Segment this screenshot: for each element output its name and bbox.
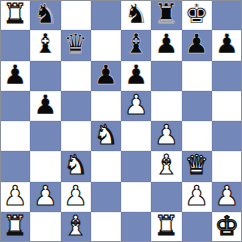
piece-white-bishop[interactable]: ♝	[64, 212, 88, 241]
piece-white-pawn[interactable]: ♟	[3, 182, 27, 211]
piece-black-bishop[interactable]: ♝	[33, 30, 57, 59]
square-d7[interactable]	[91, 30, 121, 60]
piece-black-pawn[interactable]: ♟	[94, 61, 118, 90]
square-e2[interactable]	[121, 182, 151, 212]
square-e8[interactable]: ♞	[121, 0, 151, 30]
square-h3[interactable]	[212, 151, 242, 181]
piece-white-queen[interactable]: ♛	[185, 151, 209, 180]
square-a6[interactable]: ♟	[0, 61, 30, 91]
piece-white-knight[interactable]: ♞	[94, 121, 118, 150]
piece-white-bishop[interactable]: ♝	[154, 151, 178, 180]
square-d6[interactable]: ♟	[91, 61, 121, 91]
square-a4[interactable]	[0, 121, 30, 151]
square-e1[interactable]	[121, 212, 151, 242]
square-a7[interactable]	[0, 30, 30, 60]
square-b2[interactable]: ♟	[30, 182, 60, 212]
square-c8[interactable]	[61, 0, 91, 30]
square-g7[interactable]: ♟	[182, 30, 212, 60]
square-e6[interactable]: ♟	[121, 61, 151, 91]
piece-white-pawn[interactable]: ♟	[64, 182, 88, 211]
piece-white-rook[interactable]: ♜	[3, 212, 27, 241]
square-b5[interactable]: ♟	[30, 91, 60, 121]
piece-black-pawn[interactable]: ♟	[154, 30, 178, 59]
piece-black-pawn[interactable]: ♟	[215, 30, 239, 59]
square-d4[interactable]: ♞	[91, 121, 121, 151]
square-c3[interactable]: ♞	[61, 151, 91, 181]
square-b4[interactable]	[30, 121, 60, 151]
square-e3[interactable]	[121, 151, 151, 181]
square-f3[interactable]: ♝	[151, 151, 181, 181]
piece-black-knight[interactable]: ♞	[124, 0, 148, 29]
square-f6[interactable]	[151, 61, 181, 91]
square-a1[interactable]: ♜	[0, 212, 30, 242]
square-d3[interactable]	[91, 151, 121, 181]
square-a5[interactable]	[0, 91, 30, 121]
square-c2[interactable]: ♟	[61, 182, 91, 212]
square-h1[interactable]: ♚	[212, 212, 242, 242]
square-a8[interactable]: ♜	[0, 0, 30, 30]
square-b6[interactable]	[30, 61, 60, 91]
square-g5[interactable]	[182, 91, 212, 121]
square-d1[interactable]	[91, 212, 121, 242]
chess-board-container: ♜♞♞♜♚♝♛♝♟♟♟♟♟♟♟♟♞♟♞♝♛♟♟♟♟♟♜♝♜♚	[0, 0, 242, 242]
square-d8[interactable]	[91, 0, 121, 30]
chess-board: ♜♞♞♜♚♝♛♝♟♟♟♟♟♟♟♟♞♟♞♝♛♟♟♟♟♟♜♝♜♚	[0, 0, 242, 242]
square-c5[interactable]	[61, 91, 91, 121]
piece-white-pawn[interactable]: ♟	[215, 182, 239, 211]
square-g8[interactable]: ♚	[182, 0, 212, 30]
piece-black-pawn[interactable]: ♟	[124, 61, 148, 90]
square-f2[interactable]	[151, 182, 181, 212]
piece-white-king[interactable]: ♚	[215, 212, 239, 241]
piece-white-pawn[interactable]: ♟	[185, 182, 209, 211]
piece-black-pawn[interactable]: ♟	[33, 91, 57, 120]
square-g4[interactable]	[182, 121, 212, 151]
square-f5[interactable]	[151, 91, 181, 121]
square-b1[interactable]	[30, 212, 60, 242]
square-c7[interactable]: ♛	[61, 30, 91, 60]
square-c4[interactable]	[61, 121, 91, 151]
square-h4[interactable]	[212, 121, 242, 151]
square-f8[interactable]: ♜	[151, 0, 181, 30]
piece-black-rook[interactable]: ♜	[154, 0, 178, 29]
square-h5[interactable]	[212, 91, 242, 121]
square-b8[interactable]: ♞	[30, 0, 60, 30]
square-h7[interactable]: ♟	[212, 30, 242, 60]
square-b7[interactable]: ♝	[30, 30, 60, 60]
piece-white-rook[interactable]: ♜	[154, 212, 178, 241]
square-f4[interactable]: ♟	[151, 121, 181, 151]
piece-black-king[interactable]: ♚	[185, 0, 209, 29]
square-h2[interactable]: ♟	[212, 182, 242, 212]
piece-black-pawn[interactable]: ♟	[185, 30, 209, 59]
piece-black-knight[interactable]: ♞	[33, 0, 57, 29]
square-e5[interactable]: ♟	[121, 91, 151, 121]
square-b3[interactable]	[30, 151, 60, 181]
square-g2[interactable]: ♟	[182, 182, 212, 212]
piece-white-rook[interactable]: ♜	[3, 0, 27, 29]
square-e7[interactable]: ♝	[121, 30, 151, 60]
square-h6[interactable]	[212, 61, 242, 91]
square-h8[interactable]	[212, 0, 242, 30]
square-f7[interactable]: ♟	[151, 30, 181, 60]
square-g3[interactable]: ♛	[182, 151, 212, 181]
square-e4[interactable]	[121, 121, 151, 151]
square-g1[interactable]	[182, 212, 212, 242]
square-c1[interactable]: ♝	[61, 212, 91, 242]
piece-white-knight[interactable]: ♞	[64, 151, 88, 180]
piece-white-pawn[interactable]: ♟	[33, 182, 57, 211]
square-a3[interactable]	[0, 151, 30, 181]
piece-black-pawn[interactable]: ♟	[3, 61, 27, 90]
piece-black-bishop[interactable]: ♝	[124, 30, 148, 59]
piece-black-queen[interactable]: ♛	[64, 30, 88, 59]
square-a2[interactable]: ♟	[0, 182, 30, 212]
square-c6[interactable]	[61, 61, 91, 91]
square-d2[interactable]	[91, 182, 121, 212]
square-d5[interactable]	[91, 91, 121, 121]
square-f1[interactable]: ♜	[151, 212, 181, 242]
square-g6[interactable]	[182, 61, 212, 91]
piece-white-pawn[interactable]: ♟	[154, 121, 178, 150]
piece-white-pawn[interactable]: ♟	[124, 91, 148, 120]
